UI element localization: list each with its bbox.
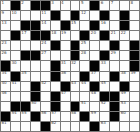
letter-cell-r13c6[interactable]: 62 [51, 122, 60, 131]
blocked-cell-r1c5 [41, 1, 50, 10]
blocked-cell-r1c2 [11, 1, 20, 10]
clue-number: 35 [21, 71, 26, 75]
letter-cell-r2c5[interactable]: 11 [41, 11, 50, 20]
clue-number: 16 [101, 21, 106, 25]
clue-number: 11 [41, 11, 46, 15]
letter-cell-r2c2[interactable]: 10 [11, 11, 20, 20]
letter-cell-r9c9[interactable]: 44 [80, 82, 89, 91]
letter-cell-r9c3[interactable] [21, 82, 30, 91]
letter-cell-r6c1[interactable]: 26 [1, 51, 10, 60]
letter-cell-r12c5[interactable]: 56 [41, 112, 50, 121]
letter-cell-r13c11[interactable]: 63 [100, 122, 109, 131]
letter-cell-r5c4[interactable] [31, 41, 40, 50]
letter-cell-r9c5[interactable]: 42 [41, 82, 50, 91]
blocked-cell-r11c12 [110, 102, 119, 111]
blocked-cell-r9c4 [31, 82, 40, 91]
letter-cell-r13c12[interactable] [110, 122, 119, 131]
clue-number: 44 [81, 81, 86, 85]
letter-cell-r3c5[interactable]: 14 [41, 21, 50, 30]
clue-number: 30 [11, 61, 16, 65]
letter-cell-r11c7[interactable] [61, 102, 70, 111]
clue-number: 28 [81, 51, 86, 55]
blocked-cell-r2c13 [120, 11, 129, 20]
clue-number: 18 [51, 31, 56, 35]
clue-number: 39 [131, 71, 136, 75]
letter-cell-r11c14[interactable] [130, 102, 139, 111]
letter-cell-r5c10[interactable] [90, 41, 99, 50]
letter-cell-r3c12[interactable] [110, 21, 119, 30]
clue-number: 34 [2, 71, 7, 75]
clue-number: 5 [81, 1, 84, 5]
letter-cell-r1c6[interactable]: 3 [51, 1, 60, 10]
blocked-cell-r10c6 [51, 92, 60, 101]
letter-cell-r1c7[interactable]: 4 [61, 1, 70, 10]
letter-cell-r10c5[interactable] [41, 92, 50, 101]
letter-cell-r2c9[interactable]: 12 [80, 11, 89, 20]
blocked-cell-r2c8 [71, 11, 80, 20]
clue-number: 15 [71, 21, 76, 25]
letter-cell-r7c8[interactable]: 32 [71, 61, 80, 70]
clue-number: 2 [21, 1, 24, 5]
letter-cell-r6c13[interactable] [120, 51, 129, 60]
blocked-cell-r12c9 [80, 112, 89, 121]
letter-cell-r4c1[interactable] [1, 31, 10, 40]
letter-cell-r2c3[interactable] [21, 11, 30, 20]
blocked-cell-r6c14 [130, 51, 139, 60]
letter-cell-r3c2[interactable] [11, 21, 20, 30]
clue-number: 61 [2, 121, 7, 125]
letter-cell-r4c10[interactable]: 20 [90, 31, 99, 40]
letter-cell-r12c13[interactable]: 60 [120, 112, 129, 121]
clue-number: 60 [121, 111, 126, 115]
letter-cell-r7c5[interactable] [41, 61, 50, 70]
clue-number: 12 [81, 11, 86, 15]
letter-cell-r4c14[interactable] [130, 31, 139, 40]
letter-cell-r7c2[interactable]: 30 [11, 61, 20, 70]
letter-cell-r10c2[interactable] [11, 92, 20, 101]
letter-cell-r4c13[interactable]: 22 [120, 31, 129, 40]
letter-cell-r5c5[interactable]: 24 [41, 41, 50, 50]
letter-cell-r13c7[interactable] [61, 122, 70, 131]
clue-number: 10 [11, 11, 16, 15]
letter-cell-r5c3[interactable] [21, 41, 30, 50]
clue-number: 57 [51, 111, 56, 115]
clue-number: 4 [61, 1, 64, 5]
clue-number: 13 [2, 21, 7, 25]
letter-cell-r3c11[interactable]: 16 [100, 21, 109, 30]
letter-cell-r1c9[interactable]: 5 [80, 1, 89, 10]
clue-number: 55 [21, 111, 26, 115]
blocked-cell-r2c11 [100, 11, 109, 20]
blocked-cell-r6c3 [21, 51, 30, 60]
letter-cell-r6c10[interactable] [90, 51, 99, 60]
letter-cell-r2c12[interactable] [110, 11, 119, 20]
blocked-cell-r3c7 [61, 21, 70, 30]
letter-cell-r13c4[interactable] [31, 122, 40, 131]
blocked-cell-r8c12 [110, 72, 119, 81]
clue-number: 9 [2, 11, 5, 15]
letter-cell-r9c2[interactable]: 41 [11, 82, 20, 91]
clue-number: 52 [101, 101, 106, 105]
letter-cell-r7c11[interactable]: 33 [100, 61, 109, 70]
blocked-cell-r4c9 [80, 31, 89, 40]
letter-cell-r5c9[interactable]: 25 [80, 41, 89, 50]
clue-number: 24 [41, 41, 46, 45]
letter-cell-r7c12[interactable] [110, 61, 119, 70]
letter-cell-r1c1[interactable]: 1 [1, 1, 10, 10]
letter-cell-r7c4[interactable] [31, 61, 40, 70]
letter-cell-r12c8[interactable]: 58 [71, 112, 80, 121]
clue-number: 27 [41, 51, 46, 55]
clue-number: 56 [41, 111, 46, 115]
letter-cell-r10c7[interactable]: 47 [61, 92, 70, 101]
blocked-cell-r12c4 [31, 112, 40, 121]
crossword-board: 1234567891011121314151617181920212223242… [0, 0, 140, 132]
letter-cell-r10c3[interactable] [21, 92, 30, 101]
clue-number: 20 [91, 31, 96, 35]
letter-cell-r1c8[interactable] [71, 1, 80, 10]
letter-cell-r2c1[interactable]: 9 [1, 11, 10, 20]
letter-cell-r2c14[interactable] [130, 11, 139, 20]
blocked-cell-r2c6 [51, 11, 60, 20]
clue-number: 59 [91, 111, 96, 115]
letter-cell-r4c6[interactable]: 18 [51, 31, 60, 40]
letter-cell-r3c14[interactable] [130, 21, 139, 30]
letter-cell-r1c11[interactable]: 6 [100, 1, 109, 10]
blocked-cell-r1c4 [31, 1, 40, 10]
clue-number: 48 [91, 91, 96, 95]
clue-number: 51 [81, 101, 86, 105]
letter-cell-r4c8[interactable] [71, 31, 80, 40]
letter-cell-r12c2[interactable]: 54 [11, 112, 20, 121]
letter-cell-r8c10[interactable]: 37 [90, 72, 99, 81]
blocked-cell-r8c6 [51, 72, 60, 81]
blocked-cell-r6c4 [31, 51, 40, 60]
clue-number: 26 [2, 51, 7, 55]
letter-cell-r6c5[interactable]: 27 [41, 51, 50, 60]
letter-cell-r6c9[interactable]: 28 [80, 51, 89, 60]
letter-cell-r8c3[interactable]: 35 [21, 72, 30, 81]
clue-number: 40 [2, 81, 7, 85]
letter-cell-r1c3[interactable]: 2 [21, 1, 30, 10]
blocked-cell-r4c5 [41, 31, 50, 40]
letter-cell-r3c1[interactable]: 13 [1, 21, 10, 30]
blocked-cell-r4c4 [31, 31, 40, 40]
clue-number: 7 [111, 1, 114, 5]
letter-cell-r12c3[interactable]: 55 [21, 112, 30, 121]
blocked-cell-r5c12 [110, 41, 119, 50]
letter-cell-r9c11[interactable]: 45 [100, 82, 109, 91]
letter-cell-r1c12[interactable]: 7 [110, 1, 119, 10]
letter-cell-r6c12[interactable]: 29 [110, 51, 119, 60]
clue-number: 45 [101, 81, 106, 85]
clue-number: 37 [91, 71, 96, 75]
letter-cell-r5c13[interactable] [120, 41, 129, 50]
blocked-cell-r13c10 [90, 122, 99, 131]
letter-cell-r9c6[interactable] [51, 82, 60, 91]
letter-cell-r8c4[interactable] [31, 72, 40, 81]
letter-cell-r11c9[interactable]: 51 [80, 102, 89, 111]
clue-number: 58 [71, 111, 76, 115]
letter-cell-r13c3[interactable] [21, 122, 30, 131]
letter-cell-r7c9[interactable] [80, 61, 89, 70]
letter-cell-r2c10[interactable] [90, 11, 99, 20]
clue-number: 41 [11, 81, 16, 85]
clue-number: 14 [41, 21, 46, 25]
letter-cell-r6c6[interactable] [51, 51, 60, 60]
letter-cell-r12c10[interactable]: 59 [90, 112, 99, 121]
letter-cell-r2c4[interactable] [31, 11, 40, 20]
clue-number: 31 [61, 61, 66, 65]
letter-cell-r13c1[interactable]: 61 [1, 122, 10, 131]
letter-cell-r5c1[interactable]: 23 [1, 41, 10, 50]
letter-cell-r5c7[interactable] [61, 41, 70, 50]
letter-cell-r13c8[interactable] [71, 122, 80, 131]
letter-cell-r10c1[interactable]: 46 [1, 92, 10, 101]
letter-cell-r4c7[interactable]: 19 [61, 31, 70, 40]
letter-cell-r11c11[interactable]: 52 [100, 102, 109, 111]
letter-cell-r3c9[interactable] [80, 21, 89, 30]
blocked-cell-r3c3 [21, 21, 30, 30]
letter-cell-r10c10[interactable]: 48 [90, 92, 99, 101]
clue-number: 43 [71, 81, 76, 85]
letter-cell-r5c2[interactable] [11, 41, 20, 50]
clue-number: 29 [111, 51, 116, 55]
clue-number: 46 [2, 91, 7, 95]
clue-number: 53 [121, 101, 126, 105]
clue-number: 50 [31, 101, 36, 105]
blocked-cell-r5c8 [71, 41, 80, 50]
blocked-cell-r7c6 [51, 61, 60, 70]
blocked-cell-r1c10 [90, 1, 99, 10]
letter-cell-r12c7[interactable] [61, 112, 70, 121]
letter-cell-r13c9[interactable] [80, 122, 89, 131]
clue-number: 1 [2, 1, 5, 5]
clue-number: 33 [101, 61, 106, 65]
clue-number: 3 [51, 1, 54, 5]
blocked-cell-r4c2 [11, 31, 20, 40]
blocked-cell-r12c12 [110, 112, 119, 121]
letter-cell-r1c14[interactable]: 8 [130, 1, 139, 10]
letter-cell-r12c14[interactable] [130, 112, 139, 121]
letter-cell-r1c13[interactable] [120, 1, 129, 10]
letter-cell-r9c8[interactable]: 43 [71, 82, 80, 91]
letter-cell-r10c14[interactable] [130, 92, 139, 101]
letter-cell-r3c8[interactable]: 15 [71, 21, 80, 30]
blocked-cell-r4c11 [100, 31, 109, 40]
letter-cell-r8c13[interactable]: 38 [120, 72, 129, 81]
letter-cell-r5c11[interactable] [100, 41, 109, 50]
clue-number: 8 [131, 1, 134, 5]
letter-cell-r9c12[interactable] [110, 82, 119, 91]
letter-cell-r9c14[interactable] [130, 82, 139, 91]
clue-number: 63 [101, 121, 106, 125]
letter-cell-r8c7[interactable]: 36 [61, 72, 70, 81]
letter-cell-r3c6[interactable] [51, 21, 60, 30]
clue-number: 49 [121, 91, 126, 95]
clue-number: 54 [11, 111, 16, 115]
blocked-cell-r3c13 [120, 21, 129, 30]
letter-cell-r11c4[interactable]: 50 [31, 102, 40, 111]
clue-number: 36 [61, 71, 66, 75]
clue-number: 38 [121, 71, 126, 75]
letter-cell-r4c12[interactable]: 21 [110, 31, 119, 40]
letter-cell-r11c1[interactable] [1, 102, 10, 111]
letter-cell-r8c14[interactable]: 39 [130, 72, 139, 81]
clue-number: 32 [71, 61, 76, 65]
blocked-cell-r13c5 [41, 122, 50, 131]
clue-number: 62 [51, 121, 56, 125]
clue-number: 19 [61, 31, 66, 35]
clue-number: 21 [111, 31, 116, 35]
letter-cell-r13c2[interactable] [11, 122, 20, 131]
letter-cell-r13c14[interactable] [130, 122, 139, 131]
blocked-cell-r5c6 [51, 41, 60, 50]
clue-number: 6 [101, 1, 104, 5]
letter-cell-r10c8[interactable] [71, 92, 80, 101]
blocked-cell-r10c12 [110, 92, 119, 101]
letter-cell-r2c7[interactable] [61, 11, 70, 20]
clue-number: 25 [81, 41, 86, 45]
blocked-cell-r5c14 [130, 41, 139, 50]
letter-cell-r13c13[interactable] [120, 122, 129, 131]
letter-cell-r4c3[interactable]: 17 [21, 31, 30, 40]
blocked-cell-r3c10 [90, 21, 99, 30]
clue-number: 23 [2, 41, 7, 45]
clue-number: 22 [121, 31, 126, 35]
clue-number: 17 [21, 31, 26, 35]
clue-number: 42 [41, 81, 46, 85]
clue-number: 47 [61, 91, 66, 95]
blocked-cell-r3c4 [31, 21, 40, 30]
